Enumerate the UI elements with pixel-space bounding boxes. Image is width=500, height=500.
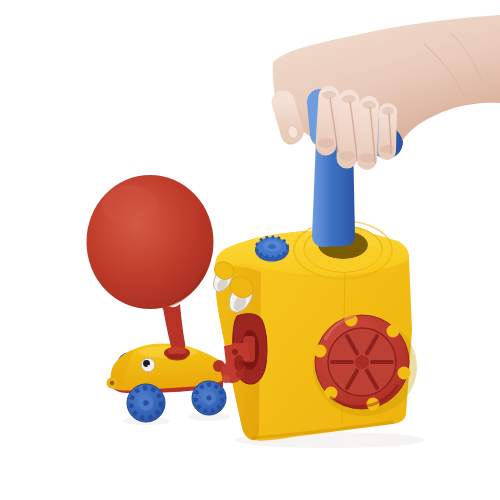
middle-finger (347, 100, 349, 158)
car-googly-eye (141, 358, 155, 372)
product-photo-canvas (0, 0, 500, 500)
car-wheel-front (127, 384, 165, 422)
balloon (87, 175, 214, 309)
air-valve-knob (255, 237, 289, 262)
index-finger (326, 96, 329, 145)
car-wheel-rear (192, 381, 226, 415)
ring-finger (367, 106, 369, 160)
product-photo (0, 0, 500, 500)
